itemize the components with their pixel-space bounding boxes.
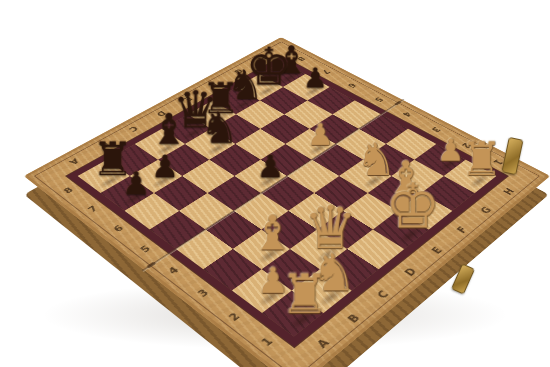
board-face: 87654321 87654321 ABCDEFGH ABCDEFGH ♜♝♛♜… — [24, 37, 550, 367]
white-rook-a1: ♜ — [280, 270, 329, 322]
black-bishop-c8: ♝ — [149, 109, 187, 149]
black-pawn-d5: ♟ — [256, 152, 284, 182]
black-pawn-h7: ♟ — [303, 65, 328, 91]
product-photo-stage: 87654321 87654321 ABCDEFGH ABCDEFGH ♜♝♛♜… — [0, 0, 550, 367]
board-grid: ♜♝♛♜♞♚♝♟♟♞♟♟♟♝♞♟♛♝♟♜♞♚♜ — [66, 56, 507, 347]
perspective-scene: 87654321 87654321 ABCDEFGH ABCDEFGH ♜♝♛♜… — [0, 0, 550, 367]
hinge-mark — [146, 261, 157, 268]
hinge-mark — [394, 101, 402, 106]
white-king-e1: ♚ — [384, 177, 440, 236]
black-knight-d7: ♞ — [200, 108, 239, 149]
white-pawn-f5: ♟ — [307, 121, 334, 149]
black-pawn-a7: ♟ — [122, 169, 151, 199]
white-rook-h1: ♜ — [461, 138, 503, 182]
black-pawn-b7: ♟ — [151, 152, 179, 182]
white-bishop-b3: ♝ — [250, 210, 293, 256]
folding-chess-case: 87654321 87654321 ABCDEFGH ABCDEFGH ♜♝♛♜… — [24, 37, 550, 367]
